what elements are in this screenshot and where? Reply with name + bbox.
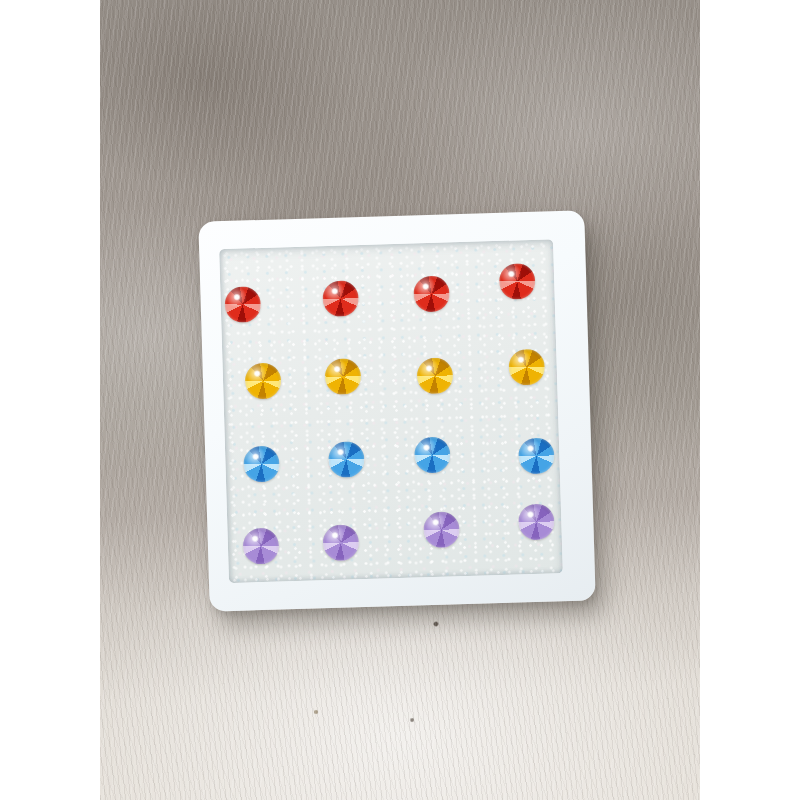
gem-yellow-r2c3	[416, 357, 453, 394]
tray-cell-r2c2	[299, 333, 390, 417]
tray-cell-r4c1	[215, 498, 306, 582]
gem-highlight	[422, 283, 429, 290]
gem-highlight	[233, 294, 240, 301]
tray-cell-r1c4	[474, 247, 565, 331]
gem-highlight	[423, 444, 430, 451]
tray-cell-r2c1	[210, 336, 301, 420]
gem-red-r1c3	[413, 275, 450, 312]
gem-yellow-r2c4	[508, 348, 545, 385]
gem-highlight	[331, 532, 338, 539]
gem-highlight	[251, 536, 258, 543]
gem-blue-r3c1	[242, 445, 279, 482]
tray-cell-r4c2	[304, 495, 395, 579]
gem-highlight	[337, 449, 344, 456]
gem-highlight	[252, 454, 259, 461]
gem-purple-r4c1	[242, 527, 279, 564]
fur-background	[100, 0, 700, 800]
gem-highlight	[527, 445, 534, 452]
gem-yellow-r2c1	[244, 362, 281, 399]
gem-highlight	[527, 511, 534, 518]
tray-cell-r1c3	[385, 250, 476, 334]
gem-highlight	[432, 519, 439, 526]
gem-blue-r3c2	[327, 441, 364, 478]
gem-highlight	[254, 370, 261, 377]
gem-highlight	[334, 366, 341, 373]
gem-red-r1c1	[224, 286, 261, 323]
product-photo	[0, 0, 800, 800]
tray-cell-r4c4	[481, 490, 572, 574]
tray-cell-r1c2	[296, 252, 387, 336]
gem-red-r1c2	[322, 280, 359, 317]
gem-highlight	[331, 288, 338, 295]
tray-cell-r3c2	[301, 414, 392, 498]
gem-red-r1c4	[498, 262, 535, 299]
tray-cell-r3c1	[212, 417, 303, 501]
tray-cell-r4c3	[392, 493, 483, 577]
tray-cell-r2c3	[388, 331, 479, 415]
gem-board	[207, 247, 572, 581]
gem-display-box	[198, 210, 595, 611]
tray-cell-r2c4	[477, 328, 568, 412]
gem-purple-r4c3	[423, 511, 460, 548]
gem-blue-r3c4	[517, 437, 554, 474]
tray-cell-r3c3	[390, 412, 481, 496]
gem-purple-r4c4	[517, 503, 554, 540]
gem-yellow-r2c2	[324, 358, 361, 395]
gem-purple-r4c2	[322, 524, 359, 561]
gem-highlight	[426, 365, 433, 372]
gem-blue-r3c3	[413, 436, 450, 473]
tray-cell-r3c4	[479, 409, 570, 493]
gem-highlight	[517, 357, 524, 364]
gem-highlight	[508, 271, 515, 278]
tray-cell-r1c1	[207, 255, 298, 339]
